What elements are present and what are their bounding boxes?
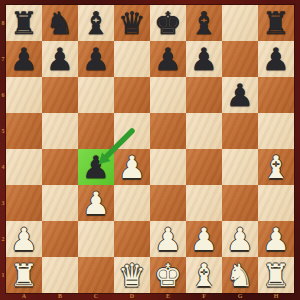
rank-label-1: 1 [0,272,6,278]
square-b7[interactable]: ♟ [42,41,78,77]
square-c4[interactable]: ♟ [78,149,114,185]
file-label-c: C [78,293,114,300]
square-e8[interactable]: ♚ [150,5,186,41]
square-f6[interactable] [186,77,222,113]
square-a8[interactable]: ♜ [6,5,42,41]
square-e1[interactable]: ♚ [150,257,186,293]
piece-white-bishop[interactable]: ♝ [262,149,290,185]
piece-black-pawn[interactable]: ♟ [46,41,74,77]
piece-white-knight[interactable]: ♞ [226,257,254,293]
square-g8[interactable] [222,5,258,41]
square-c7[interactable]: ♟ [78,41,114,77]
square-g1[interactable]: ♞ [222,257,258,293]
square-e7[interactable]: ♟ [150,41,186,77]
piece-black-pawn[interactable]: ♟ [82,149,110,185]
piece-black-bishop[interactable]: ♝ [190,5,218,41]
piece-white-pawn[interactable]: ♟ [190,221,218,257]
square-a7[interactable]: ♟ [6,41,42,77]
square-e6[interactable] [150,77,186,113]
piece-black-pawn[interactable]: ♟ [82,41,110,77]
piece-black-bishop[interactable]: ♝ [82,5,110,41]
piece-black-pawn[interactable]: ♟ [226,77,254,113]
file-label-g: G [222,293,258,300]
chess-diagram: ♜♞♝♛♚♝♜♟♟♟♟♟♟♟♟♟♝♟♟♟♟♟♟♜♛♚♝♞♜ 87654321AB… [0,0,300,300]
square-a2[interactable]: ♟ [6,221,42,257]
piece-white-pawn[interactable]: ♟ [10,221,38,257]
rank-label-2: 2 [0,236,6,242]
piece-black-pawn[interactable]: ♟ [154,41,182,77]
square-h5[interactable] [258,113,294,149]
square-h3[interactable] [258,185,294,221]
square-g7[interactable] [222,41,258,77]
piece-white-rook[interactable]: ♜ [262,257,290,293]
square-a6[interactable] [6,77,42,113]
square-f1[interactable]: ♝ [186,257,222,293]
rank-label-3: 3 [0,200,6,206]
square-c2[interactable] [78,221,114,257]
square-d6[interactable] [114,77,150,113]
piece-white-bishop[interactable]: ♝ [190,257,218,293]
square-d3[interactable] [114,185,150,221]
rank-label-5: 5 [0,128,6,134]
square-h4[interactable]: ♝ [258,149,294,185]
square-e3[interactable] [150,185,186,221]
rank-label-4: 4 [0,164,6,170]
square-g6[interactable]: ♟ [222,77,258,113]
square-h2[interactable]: ♟ [258,221,294,257]
square-c5[interactable] [78,113,114,149]
square-g2[interactable]: ♟ [222,221,258,257]
square-b1[interactable] [42,257,78,293]
file-label-f: F [186,293,222,300]
piece-black-rook[interactable]: ♜ [10,5,38,41]
square-f8[interactable]: ♝ [186,5,222,41]
square-a5[interactable] [6,113,42,149]
rank-label-6: 6 [0,92,6,98]
square-h8[interactable]: ♜ [258,5,294,41]
square-b8[interactable]: ♞ [42,5,78,41]
piece-white-pawn[interactable]: ♟ [118,149,146,185]
piece-black-king[interactable]: ♚ [154,5,182,41]
square-h6[interactable] [258,77,294,113]
piece-white-pawn[interactable]: ♟ [154,221,182,257]
square-h1[interactable]: ♜ [258,257,294,293]
square-f7[interactable]: ♟ [186,41,222,77]
file-label-a: A [6,293,42,300]
square-f4[interactable] [186,149,222,185]
square-g3[interactable] [222,185,258,221]
piece-white-king[interactable]: ♚ [154,257,182,293]
file-label-h: H [258,293,294,300]
square-b3[interactable] [42,185,78,221]
chess-board: ♜♞♝♛♚♝♜♟♟♟♟♟♟♟♟♟♝♟♟♟♟♟♟♜♛♚♝♞♜ [6,5,294,293]
file-label-b: B [42,293,78,300]
square-b5[interactable] [42,113,78,149]
square-b6[interactable] [42,77,78,113]
file-label-e: E [150,293,186,300]
square-e2[interactable]: ♟ [150,221,186,257]
square-g5[interactable] [222,113,258,149]
square-d1[interactable]: ♛ [114,257,150,293]
piece-white-pawn[interactable]: ♟ [226,221,254,257]
square-e4[interactable] [150,149,186,185]
square-d5[interactable] [114,113,150,149]
square-h7[interactable]: ♟ [258,41,294,77]
square-f5[interactable] [186,113,222,149]
piece-white-queen[interactable]: ♛ [118,257,146,293]
square-c6[interactable] [78,77,114,113]
square-d7[interactable] [114,41,150,77]
square-d8[interactable]: ♛ [114,5,150,41]
square-b4[interactable] [42,149,78,185]
square-b2[interactable] [42,221,78,257]
square-f2[interactable]: ♟ [186,221,222,257]
square-a3[interactable] [6,185,42,221]
piece-black-knight[interactable]: ♞ [46,5,74,41]
piece-white-pawn[interactable]: ♟ [82,185,110,221]
piece-black-rook[interactable]: ♜ [262,5,290,41]
square-g4[interactable] [222,149,258,185]
piece-black-pawn[interactable]: ♟ [262,41,290,77]
square-a1[interactable]: ♜ [6,257,42,293]
square-a4[interactable] [6,149,42,185]
square-d4[interactable]: ♟ [114,149,150,185]
piece-black-pawn[interactable]: ♟ [10,41,38,77]
square-e5[interactable] [150,113,186,149]
file-label-d: D [114,293,150,300]
piece-black-pawn[interactable]: ♟ [190,41,218,77]
square-c1[interactable] [78,257,114,293]
rank-label-8: 8 [0,20,6,26]
piece-white-rook[interactable]: ♜ [10,257,38,293]
square-c3[interactable]: ♟ [78,185,114,221]
square-c8[interactable]: ♝ [78,5,114,41]
piece-black-queen[interactable]: ♛ [118,5,146,41]
piece-white-pawn[interactable]: ♟ [262,221,290,257]
square-d2[interactable] [114,221,150,257]
square-f3[interactable] [186,185,222,221]
rank-label-7: 7 [0,56,6,62]
